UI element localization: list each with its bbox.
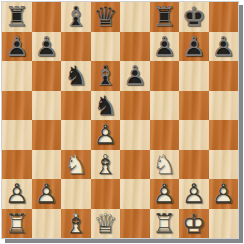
square-g4[interactable] — [179, 120, 209, 150]
square-c5[interactable] — [61, 91, 91, 121]
square-b8[interactable] — [32, 2, 62, 32]
page-background: ♜♝♛♜♚♟♟♟♟♟♞♝♟♞♟♞♝♞♟♟♟♟♟♜♝♛♜♚ — [0, 0, 244, 244]
square-d7[interactable] — [91, 32, 121, 62]
white-bishop: ♝ — [91, 150, 120, 179]
white-pawn: ♟ — [32, 179, 61, 208]
square-g2[interactable]: ♟ — [179, 179, 209, 209]
black-pawn: ♟ — [32, 32, 61, 61]
white-knight: ♞ — [150, 150, 179, 179]
square-a7[interactable]: ♟ — [2, 32, 32, 62]
square-g1[interactable]: ♚ — [179, 209, 209, 239]
square-f7[interactable]: ♟ — [150, 32, 180, 62]
square-f6[interactable] — [150, 61, 180, 91]
square-e8[interactable] — [120, 2, 150, 32]
square-h8[interactable] — [209, 2, 239, 32]
square-a2[interactable]: ♟ — [2, 179, 32, 209]
square-h3[interactable] — [209, 150, 239, 180]
square-e4[interactable] — [120, 120, 150, 150]
square-f5[interactable] — [150, 91, 180, 121]
black-pawn: ♟ — [209, 32, 238, 61]
square-b5[interactable] — [32, 91, 62, 121]
square-c6[interactable]: ♞ — [61, 61, 91, 91]
square-c2[interactable] — [61, 179, 91, 209]
square-f2[interactable]: ♟ — [150, 179, 180, 209]
square-g3[interactable] — [179, 150, 209, 180]
square-d3[interactable]: ♝ — [91, 150, 121, 180]
black-king: ♚ — [179, 2, 208, 31]
black-pawn: ♟ — [179, 32, 208, 61]
square-f1[interactable]: ♜ — [150, 209, 180, 239]
black-pawn: ♟ — [120, 61, 149, 90]
square-b2[interactable]: ♟ — [32, 179, 62, 209]
chessboard: ♜♝♛♜♚♟♟♟♟♟♞♝♟♞♟♞♝♞♟♟♟♟♟♜♝♛♜♚ — [2, 2, 238, 238]
black-rook: ♜ — [150, 2, 179, 31]
square-b4[interactable] — [32, 120, 62, 150]
white-pawn: ♟ — [2, 179, 31, 208]
black-pawn: ♟ — [2, 32, 31, 61]
black-rook: ♜ — [2, 2, 31, 31]
square-a1[interactable]: ♜ — [2, 209, 32, 239]
square-c4[interactable] — [61, 120, 91, 150]
square-e3[interactable] — [120, 150, 150, 180]
square-g7[interactable]: ♟ — [179, 32, 209, 62]
square-d8[interactable]: ♛ — [91, 2, 121, 32]
black-queen: ♛ — [91, 2, 120, 31]
square-b7[interactable]: ♟ — [32, 32, 62, 62]
square-c7[interactable] — [61, 32, 91, 62]
square-f8[interactable]: ♜ — [150, 2, 180, 32]
white-bishop: ♝ — [61, 209, 90, 238]
square-e1[interactable] — [120, 209, 150, 239]
square-h5[interactable] — [209, 91, 239, 121]
square-h6[interactable] — [209, 61, 239, 91]
white-pawn: ♟ — [179, 179, 208, 208]
square-h1[interactable] — [209, 209, 239, 239]
square-d5[interactable]: ♞ — [91, 91, 121, 121]
square-a8[interactable]: ♜ — [2, 2, 32, 32]
white-pawn: ♟ — [150, 179, 179, 208]
black-knight: ♞ — [91, 91, 120, 120]
white-pawn: ♟ — [91, 120, 120, 149]
square-h7[interactable]: ♟ — [209, 32, 239, 62]
square-b1[interactable] — [32, 209, 62, 239]
square-e7[interactable] — [120, 32, 150, 62]
square-a3[interactable] — [2, 150, 32, 180]
white-knight: ♞ — [61, 150, 90, 179]
board-frame: ♜♝♛♜♚♟♟♟♟♟♞♝♟♞♟♞♝♞♟♟♟♟♟♜♝♛♜♚ — [1, 1, 239, 239]
square-a4[interactable] — [2, 120, 32, 150]
square-c8[interactable]: ♝ — [61, 2, 91, 32]
square-d1[interactable]: ♛ — [91, 209, 121, 239]
white-king: ♚ — [179, 209, 208, 238]
square-c3[interactable]: ♞ — [61, 150, 91, 180]
white-queen: ♛ — [91, 209, 120, 238]
white-pawn: ♟ — [209, 179, 238, 208]
square-c1[interactable]: ♝ — [61, 209, 91, 239]
square-g5[interactable] — [179, 91, 209, 121]
black-bishop: ♝ — [61, 2, 90, 31]
square-b3[interactable] — [32, 150, 62, 180]
white-rook: ♜ — [150, 209, 179, 238]
square-a6[interactable] — [2, 61, 32, 91]
square-a5[interactable] — [2, 91, 32, 121]
black-knight: ♞ — [61, 61, 90, 90]
square-e5[interactable] — [120, 91, 150, 121]
square-d4[interactable]: ♟ — [91, 120, 121, 150]
square-e6[interactable]: ♟ — [120, 61, 150, 91]
square-d2[interactable] — [91, 179, 121, 209]
square-b6[interactable] — [32, 61, 62, 91]
square-h4[interactable] — [209, 120, 239, 150]
square-g6[interactable] — [179, 61, 209, 91]
black-bishop: ♝ — [91, 61, 120, 90]
square-h2[interactable]: ♟ — [209, 179, 239, 209]
black-pawn: ♟ — [150, 32, 179, 61]
white-rook: ♜ — [2, 209, 31, 238]
square-g8[interactable]: ♚ — [179, 2, 209, 32]
square-d6[interactable]: ♝ — [91, 61, 121, 91]
square-e2[interactable] — [120, 179, 150, 209]
square-f3[interactable]: ♞ — [150, 150, 180, 180]
square-f4[interactable] — [150, 120, 180, 150]
